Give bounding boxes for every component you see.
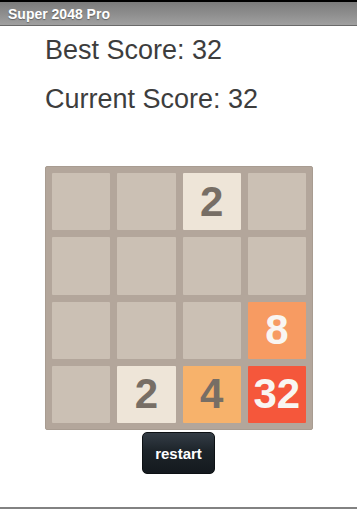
title-bar: Super 2048 Pro [0, 2, 357, 26]
empty-cell [52, 302, 110, 359]
score-panel: Best Score: 32 Current Score: 32 [45, 35, 357, 115]
empty-cell [117, 173, 175, 230]
empty-cell [183, 237, 241, 294]
empty-cell [183, 302, 241, 359]
current-score-text: Current Score: 32 [45, 84, 357, 115]
empty-cell [248, 237, 306, 294]
restart-button[interactable]: restart [142, 432, 215, 474]
empty-cell [117, 302, 175, 359]
empty-cell [52, 173, 110, 230]
controls-row: restart [0, 432, 357, 474]
app-screen: Super 2048 Pro Best Score: 32 Current Sc… [0, 0, 357, 512]
tile-8: 8 [248, 302, 306, 359]
tile-2: 2 [183, 173, 241, 230]
empty-cell [52, 366, 110, 423]
tile-4: 4 [183, 366, 241, 423]
empty-cell [52, 237, 110, 294]
best-score-text: Best Score: 32 [45, 35, 357, 66]
game-board[interactable]: 282432 [45, 166, 313, 430]
empty-cell [117, 237, 175, 294]
app-title: Super 2048 Pro [8, 6, 110, 22]
tile-32: 32 [248, 366, 306, 423]
empty-cell [248, 173, 306, 230]
tile-2: 2 [117, 366, 175, 423]
bottom-border-line [0, 507, 357, 509]
